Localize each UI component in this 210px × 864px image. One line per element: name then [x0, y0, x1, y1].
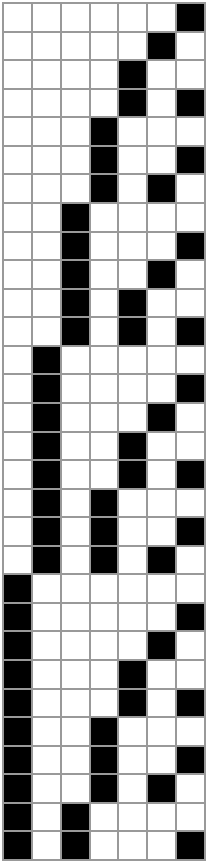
cell-r11c7[interactable]: [177, 290, 204, 317]
cell-r23c2[interactable]: [33, 632, 60, 659]
cell-r16c3[interactable]: [62, 433, 89, 460]
cell-r6c1[interactable]: [4, 147, 31, 174]
cell-r5c7[interactable]: [177, 118, 204, 145]
cell-r26c7[interactable]: [177, 718, 204, 745]
cell-r16c5[interactable]: [119, 433, 146, 460]
cell-r8c7[interactable]: [177, 204, 204, 231]
cell-r29c1[interactable]: [4, 804, 31, 831]
cell-r15c4[interactable]: [91, 404, 118, 431]
cell-r9c3[interactable]: [62, 233, 89, 260]
cell-r21c1[interactable]: [4, 575, 31, 602]
cell-r9c4[interactable]: [91, 233, 118, 260]
cell-r8c4[interactable]: [91, 204, 118, 231]
cell-r7c5[interactable]: [119, 175, 146, 202]
cell-r22c7[interactable]: [177, 604, 204, 631]
cell-r14c2[interactable]: [33, 375, 60, 402]
cell-r19c6[interactable]: [148, 518, 175, 545]
cell-r9c5[interactable]: [119, 233, 146, 260]
cell-r20c7[interactable]: [177, 547, 204, 574]
cell-r18c1[interactable]: [4, 490, 31, 517]
cell-r15c1[interactable]: [4, 404, 31, 431]
cell-r30c6[interactable]: [148, 832, 175, 859]
cell-r11c6[interactable]: [148, 290, 175, 317]
cell-r2c5[interactable]: [119, 33, 146, 60]
cell-r18c2[interactable]: [33, 490, 60, 517]
cell-r20c3[interactable]: [62, 547, 89, 574]
cell-r4c7[interactable]: [177, 90, 204, 117]
cell-r30c4[interactable]: [91, 832, 118, 859]
cell-r13c7[interactable]: [177, 347, 204, 374]
cell-r19c5[interactable]: [119, 518, 146, 545]
cell-r15c2[interactable]: [33, 404, 60, 431]
cell-r1c2[interactable]: [33, 4, 60, 31]
cell-r13c3[interactable]: [62, 347, 89, 374]
cell-r30c7[interactable]: [177, 832, 204, 859]
cell-r6c7[interactable]: [177, 147, 204, 174]
cell-r14c4[interactable]: [91, 375, 118, 402]
cell-r2c2[interactable]: [33, 33, 60, 60]
cell-r10c4[interactable]: [91, 261, 118, 288]
cell-r24c1[interactable]: [4, 661, 31, 688]
cell-r23c5[interactable]: [119, 632, 146, 659]
cell-r29c2[interactable]: [33, 804, 60, 831]
cell-r13c2[interactable]: [33, 347, 60, 374]
cell-r27c6[interactable]: [148, 747, 175, 774]
cell-r25c4[interactable]: [91, 690, 118, 717]
cell-r29c7[interactable]: [177, 804, 204, 831]
cell-r22c5[interactable]: [119, 604, 146, 631]
puzzle-board-wrapper: [0, 0, 210, 864]
cell-r24c6[interactable]: [148, 661, 175, 688]
cell-r1c6[interactable]: [148, 4, 175, 31]
cell-r3c7[interactable]: [177, 61, 204, 88]
cell-r29c4[interactable]: [91, 804, 118, 831]
cell-r12c4[interactable]: [91, 318, 118, 345]
cell-r25c7[interactable]: [177, 690, 204, 717]
cell-r12c1[interactable]: [4, 318, 31, 345]
cell-r16c4[interactable]: [91, 433, 118, 460]
cell-r10c1[interactable]: [4, 261, 31, 288]
cell-r25c1[interactable]: [4, 690, 31, 717]
cell-r17c7[interactable]: [177, 461, 204, 488]
cell-r28c4[interactable]: [91, 775, 118, 802]
cell-r18c6[interactable]: [148, 490, 175, 517]
cell-r17c5[interactable]: [119, 461, 146, 488]
cell-r12c6[interactable]: [148, 318, 175, 345]
cell-r22c6[interactable]: [148, 604, 175, 631]
cell-r16c2[interactable]: [33, 433, 60, 460]
cell-r18c4[interactable]: [91, 490, 118, 517]
cell-r24c3[interactable]: [62, 661, 89, 688]
cell-r14c3[interactable]: [62, 375, 89, 402]
cell-r22c1[interactable]: [4, 604, 31, 631]
cell-r3c5[interactable]: [119, 61, 146, 88]
cell-r7c4[interactable]: [91, 175, 118, 202]
cell-r13c5[interactable]: [119, 347, 146, 374]
cell-r7c1[interactable]: [4, 175, 31, 202]
cell-r3c4[interactable]: [91, 61, 118, 88]
cell-r5c1[interactable]: [4, 118, 31, 145]
cell-r30c5[interactable]: [119, 832, 146, 859]
cell-r18c5[interactable]: [119, 490, 146, 517]
cell-r2c7[interactable]: [177, 33, 204, 60]
cell-r11c1[interactable]: [4, 290, 31, 317]
cell-r27c3[interactable]: [62, 747, 89, 774]
cell-r23c7[interactable]: [177, 632, 204, 659]
cell-r17c6[interactable]: [148, 461, 175, 488]
cell-r28c3[interactable]: [62, 775, 89, 802]
cell-r8c6[interactable]: [148, 204, 175, 231]
cell-r21c7[interactable]: [177, 575, 204, 602]
cell-r24c5[interactable]: [119, 661, 146, 688]
cell-r26c4[interactable]: [91, 718, 118, 745]
cell-r17c4[interactable]: [91, 461, 118, 488]
cell-r13c6[interactable]: [148, 347, 175, 374]
cell-r21c6[interactable]: [148, 575, 175, 602]
cell-r29c6[interactable]: [148, 804, 175, 831]
cell-r27c7[interactable]: [177, 747, 204, 774]
cell-r4c5[interactable]: [119, 90, 146, 117]
cell-r2c3[interactable]: [62, 33, 89, 60]
cell-r1c3[interactable]: [62, 4, 89, 31]
cell-r30c2[interactable]: [33, 832, 60, 859]
cell-r4c6[interactable]: [148, 90, 175, 117]
cell-r21c3[interactable]: [62, 575, 89, 602]
cell-r1c4[interactable]: [91, 4, 118, 31]
cell-r9c1[interactable]: [4, 233, 31, 260]
cell-r12c2[interactable]: [33, 318, 60, 345]
cell-r16c6[interactable]: [148, 433, 175, 460]
cell-r14c5[interactable]: [119, 375, 146, 402]
cell-r11c4[interactable]: [91, 290, 118, 317]
cell-r26c1[interactable]: [4, 718, 31, 745]
puzzle-board: [2, 2, 206, 861]
cell-r25c5[interactable]: [119, 690, 146, 717]
cell-r26c6[interactable]: [148, 718, 175, 745]
cell-r6c3[interactable]: [62, 147, 89, 174]
cell-r10c6[interactable]: [148, 261, 175, 288]
cell-r8c3[interactable]: [62, 204, 89, 231]
cell-r5c3[interactable]: [62, 118, 89, 145]
cell-r2c6[interactable]: [148, 33, 175, 60]
cell-r4c3[interactable]: [62, 90, 89, 117]
cell-r6c5[interactable]: [119, 147, 146, 174]
cell-r26c5[interactable]: [119, 718, 146, 745]
cell-r24c7[interactable]: [177, 661, 204, 688]
cell-r6c2[interactable]: [33, 147, 60, 174]
cell-r5c4[interactable]: [91, 118, 118, 145]
cell-r23c1[interactable]: [4, 632, 31, 659]
cell-r4c4[interactable]: [91, 90, 118, 117]
cell-r10c2[interactable]: [33, 261, 60, 288]
cell-r1c5[interactable]: [119, 4, 146, 31]
cell-r27c1[interactable]: [4, 747, 31, 774]
cell-r14c6[interactable]: [148, 375, 175, 402]
cell-r12c7[interactable]: [177, 318, 204, 345]
cell-r17c2[interactable]: [33, 461, 60, 488]
cell-r9c2[interactable]: [33, 233, 60, 260]
cell-r10c3[interactable]: [62, 261, 89, 288]
cell-r6c4[interactable]: [91, 147, 118, 174]
cell-r20c2[interactable]: [33, 547, 60, 574]
cell-r1c7[interactable]: [177, 4, 204, 31]
cell-r25c2[interactable]: [33, 690, 60, 717]
cell-r11c5[interactable]: [119, 290, 146, 317]
cell-r7c6[interactable]: [148, 175, 175, 202]
cell-r20c6[interactable]: [148, 547, 175, 574]
cell-r1c1[interactable]: [4, 4, 31, 31]
cell-r15c6[interactable]: [148, 404, 175, 431]
cell-r19c4[interactable]: [91, 518, 118, 545]
cell-r3c6[interactable]: [148, 61, 175, 88]
cell-r18c7[interactable]: [177, 490, 204, 517]
cell-r27c5[interactable]: [119, 747, 146, 774]
cell-r9c6[interactable]: [148, 233, 175, 260]
cell-r25c6[interactable]: [148, 690, 175, 717]
cell-r7c7[interactable]: [177, 175, 204, 202]
cell-r16c7[interactable]: [177, 433, 204, 460]
cell-r12c3[interactable]: [62, 318, 89, 345]
cell-r27c2[interactable]: [33, 747, 60, 774]
cell-r26c3[interactable]: [62, 718, 89, 745]
cell-r15c3[interactable]: [62, 404, 89, 431]
cell-r28c6[interactable]: [148, 775, 175, 802]
cell-r24c2[interactable]: [33, 661, 60, 688]
cell-r27c4[interactable]: [91, 747, 118, 774]
cell-r8c1[interactable]: [4, 204, 31, 231]
cell-r24c4[interactable]: [91, 661, 118, 688]
cell-r4c2[interactable]: [33, 90, 60, 117]
cell-r28c7[interactable]: [177, 775, 204, 802]
cell-r13c4[interactable]: [91, 347, 118, 374]
cell-r10c5[interactable]: [119, 261, 146, 288]
cell-r23c6[interactable]: [148, 632, 175, 659]
cell-r3c3[interactable]: [62, 61, 89, 88]
cell-r23c3[interactable]: [62, 632, 89, 659]
cell-r3c2[interactable]: [33, 61, 60, 88]
cell-r26c2[interactable]: [33, 718, 60, 745]
cell-r2c4[interactable]: [91, 33, 118, 60]
cell-r19c3[interactable]: [62, 518, 89, 545]
cell-r11c2[interactable]: [33, 290, 60, 317]
cell-r4c1[interactable]: [4, 90, 31, 117]
cell-r30c1[interactable]: [4, 832, 31, 859]
cell-r14c7[interactable]: [177, 375, 204, 402]
cell-r8c5[interactable]: [119, 204, 146, 231]
cell-r18c3[interactable]: [62, 490, 89, 517]
cell-r19c2[interactable]: [33, 518, 60, 545]
cell-r3c1[interactable]: [4, 61, 31, 88]
cell-r5c6[interactable]: [148, 118, 175, 145]
cell-r17c1[interactable]: [4, 461, 31, 488]
cell-r8c2[interactable]: [33, 204, 60, 231]
cell-r29c5[interactable]: [119, 804, 146, 831]
cell-r22c3[interactable]: [62, 604, 89, 631]
cell-r5c5[interactable]: [119, 118, 146, 145]
cell-r13c1[interactable]: [4, 347, 31, 374]
cell-r21c5[interactable]: [119, 575, 146, 602]
cell-r15c7[interactable]: [177, 404, 204, 431]
cell-r29c3[interactable]: [62, 804, 89, 831]
cell-r15c5[interactable]: [119, 404, 146, 431]
cell-r20c1[interactable]: [4, 547, 31, 574]
cell-r2c1[interactable]: [4, 33, 31, 60]
cell-r28c1[interactable]: [4, 775, 31, 802]
cell-r17c3[interactable]: [62, 461, 89, 488]
cell-r23c4[interactable]: [91, 632, 118, 659]
cell-r21c4[interactable]: [91, 575, 118, 602]
cell-r28c5[interactable]: [119, 775, 146, 802]
cell-r20c5[interactable]: [119, 547, 146, 574]
cell-r7c3[interactable]: [62, 175, 89, 202]
cell-r14c1[interactable]: [4, 375, 31, 402]
cell-r22c2[interactable]: [33, 604, 60, 631]
cell-r28c2[interactable]: [33, 775, 60, 802]
cell-r9c7[interactable]: [177, 233, 204, 260]
cell-r19c7[interactable]: [177, 518, 204, 545]
cell-r30c3[interactable]: [62, 832, 89, 859]
cell-r6c6[interactable]: [148, 147, 175, 174]
cell-r22c4[interactable]: [91, 604, 118, 631]
cell-r16c1[interactable]: [4, 433, 31, 460]
cell-r19c1[interactable]: [4, 518, 31, 545]
cell-r25c3[interactable]: [62, 690, 89, 717]
cell-r7c2[interactable]: [33, 175, 60, 202]
cell-r10c7[interactable]: [177, 261, 204, 288]
cell-r11c3[interactable]: [62, 290, 89, 317]
cell-r21c2[interactable]: [33, 575, 60, 602]
cell-r5c2[interactable]: [33, 118, 60, 145]
cell-r20c4[interactable]: [91, 547, 118, 574]
cell-r12c5[interactable]: [119, 318, 146, 345]
